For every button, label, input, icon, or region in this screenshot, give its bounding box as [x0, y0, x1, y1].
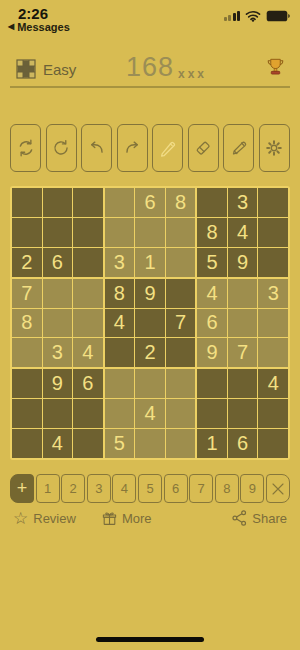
cell-r7c7[interactable]: [197, 369, 227, 398]
cell-r8c6[interactable]: [166, 399, 196, 428]
cell-r2c1[interactable]: [12, 218, 42, 247]
digit-key-7[interactable]: 7: [189, 474, 213, 503]
cell-r9c3[interactable]: [73, 429, 103, 458]
back-to-messages-button[interactable]: ◀ Messages: [8, 21, 70, 33]
cell-r1c1[interactable]: [12, 188, 42, 217]
digit-key-1[interactable]: 1: [36, 474, 60, 503]
cell-r9c7[interactable]: 1: [197, 429, 227, 458]
cell-r6c3[interactable]: 4: [73, 338, 103, 367]
cell-r3c3[interactable]: [73, 248, 103, 277]
redo-button[interactable]: [117, 124, 148, 172]
cell-r8c9[interactable]: [258, 399, 288, 428]
cell-r9c5[interactable]: [135, 429, 165, 458]
more-button[interactable]: More: [102, 511, 152, 526]
digit-key-2[interactable]: 2: [61, 474, 85, 503]
cell-r2c5[interactable]: [135, 218, 165, 247]
cell-r7c9[interactable]: 4: [258, 369, 288, 398]
box-7: 964: [12, 369, 103, 458]
digit-key-8[interactable]: 8: [215, 474, 239, 503]
cell-r5c2[interactable]: [43, 309, 73, 338]
cell-r3c4[interactable]: 3: [105, 248, 135, 277]
cell-r2c6[interactable]: [166, 218, 196, 247]
cell-r7c6[interactable]: [166, 369, 196, 398]
cell-r3c5[interactable]: 1: [135, 248, 165, 277]
cell-r2c2[interactable]: [43, 218, 73, 247]
digit-key-9[interactable]: 9: [240, 474, 264, 503]
box-4: 7834: [12, 279, 103, 368]
pencil-notes-button[interactable]: [223, 124, 254, 172]
footer-bar: ☆ Review More Share: [13, 507, 287, 529]
plus-key[interactable]: +: [10, 474, 34, 503]
share-label: Share: [252, 511, 287, 526]
header-separator: [10, 86, 290, 88]
cell-r5c5[interactable]: [135, 309, 165, 338]
cell-r1c9[interactable]: [258, 188, 288, 217]
digit-key-3[interactable]: 3: [87, 474, 111, 503]
cell-r2c8[interactable]: 4: [228, 218, 258, 247]
cell-r6c5[interactable]: 2: [135, 338, 165, 367]
toolbar: [10, 124, 290, 172]
digit-key-5[interactable]: 5: [138, 474, 162, 503]
redo-icon: [121, 137, 143, 159]
cell-r1c7[interactable]: [197, 188, 227, 217]
cell-r3c1[interactable]: 2: [12, 248, 42, 277]
cell-r2c4[interactable]: [105, 218, 135, 247]
cell-r8c2[interactable]: [43, 399, 73, 428]
box-5: 89472: [105, 279, 196, 368]
review-label: Review: [33, 511, 76, 526]
pen-icon: [157, 137, 179, 159]
gear-icon: [263, 137, 285, 159]
undo-icon: [86, 137, 108, 159]
cell-r2c9[interactable]: [258, 218, 288, 247]
pen-button[interactable]: [152, 124, 183, 172]
cell-r1c3[interactable]: [73, 188, 103, 217]
cell-r6c9[interactable]: [258, 338, 288, 367]
cell-r8c3[interactable]: [73, 399, 103, 428]
eraser-button[interactable]: [188, 124, 219, 172]
cell-r6c6[interactable]: [166, 338, 196, 367]
wifi-icon: [245, 10, 261, 22]
undo-button[interactable]: [81, 124, 112, 172]
box-6: 43697: [197, 279, 288, 368]
digit-key-6[interactable]: 6: [164, 474, 188, 503]
cell-r4c4[interactable]: 8: [105, 279, 135, 308]
cell-r8c7[interactable]: [197, 399, 227, 428]
cell-r4c5[interactable]: 9: [135, 279, 165, 308]
back-arrow-icon: ◀: [8, 23, 14, 31]
box-2: 6831: [105, 188, 196, 277]
cell-r2c7[interactable]: 8: [197, 218, 227, 247]
trophy-icon: [266, 57, 285, 76]
cell-r4c9[interactable]: 3: [258, 279, 288, 308]
cell-r7c5[interactable]: [135, 369, 165, 398]
more-label: More: [122, 511, 152, 526]
pencil-icon: [228, 137, 250, 159]
digit-key-4[interactable]: 4: [112, 474, 136, 503]
mistakes-indicator: xxx: [178, 67, 207, 81]
cell-r5c9[interactable]: [258, 309, 288, 338]
cell-r5c6[interactable]: 7: [166, 309, 196, 338]
cell-r6c8[interactable]: 7: [228, 338, 258, 367]
cell-r5c1[interactable]: 8: [12, 309, 42, 338]
status-icons: [224, 10, 291, 22]
share-icon: [232, 510, 247, 526]
cell-r6c7[interactable]: 9: [197, 338, 227, 367]
cell-r3c2[interactable]: 6: [43, 248, 73, 277]
cell-r3c9[interactable]: [258, 248, 288, 277]
cell-r4c6[interactable]: [166, 279, 196, 308]
cell-r7c3[interactable]: 6: [73, 369, 103, 398]
trophy-button[interactable]: [266, 57, 285, 80]
difficulty-selector[interactable]: Easy: [16, 59, 76, 79]
cell-r9c1[interactable]: [12, 429, 42, 458]
cell-r4c8[interactable]: [228, 279, 258, 308]
cell-r5c3[interactable]: [73, 309, 103, 338]
cell-r6c1[interactable]: [12, 338, 42, 367]
eraser-icon: [192, 137, 214, 159]
numpad: + 123456789: [10, 474, 290, 503]
cell-r4c7[interactable]: 4: [197, 279, 227, 308]
cell-r4c3[interactable]: [73, 279, 103, 308]
clear-x-icon: [271, 482, 285, 496]
cell-r3c6[interactable]: [166, 248, 196, 277]
cell-r2c3[interactable]: [73, 218, 103, 247]
settings-button[interactable]: [259, 124, 290, 172]
cell-r5c4[interactable]: 4: [105, 309, 135, 338]
cell-r9c8[interactable]: 6: [228, 429, 258, 458]
home-indicator: [96, 637, 204, 642]
cell-r1c8[interactable]: 3: [228, 188, 258, 217]
box-3: 38459: [197, 188, 288, 277]
refresh-icon: [50, 137, 72, 159]
refresh-button[interactable]: [46, 124, 77, 172]
status-time: 2:26: [0, 5, 66, 22]
cell-r5c7[interactable]: 6: [197, 309, 227, 338]
cell-r1c6[interactable]: 8: [166, 188, 196, 217]
cell-r8c4[interactable]: [105, 399, 135, 428]
cell-r8c1[interactable]: [12, 399, 42, 428]
cell-r5c8[interactable]: [228, 309, 258, 338]
cell-r9c4[interactable]: 5: [105, 429, 135, 458]
back-label: Messages: [17, 21, 70, 33]
cellular-signal-icon: [224, 11, 241, 21]
cell-r6c2[interactable]: 3: [43, 338, 73, 367]
cell-r6c4[interactable]: [105, 338, 135, 367]
battery-icon: [266, 10, 290, 22]
cell-r1c5[interactable]: 6: [135, 188, 165, 217]
share-button[interactable]: Share: [232, 510, 287, 526]
cell-r8c8[interactable]: [228, 399, 258, 428]
box-8: 45: [105, 369, 196, 458]
cell-r7c4[interactable]: [105, 369, 135, 398]
cell-r3c8[interactable]: 9: [228, 248, 258, 277]
cell-r7c1[interactable]: [12, 369, 42, 398]
cell-r8c5[interactable]: 4: [135, 399, 165, 428]
box-1: 26: [12, 188, 103, 277]
cell-r9c9[interactable]: [258, 429, 288, 458]
box-9: 416: [197, 369, 288, 458]
cell-r1c2[interactable]: [43, 188, 73, 217]
sudoku-grid-icon: [16, 59, 36, 79]
sudoku-grid: 266831384597834894724369796445416: [10, 186, 290, 460]
restart-button[interactable]: [10, 124, 41, 172]
cell-r9c6[interactable]: [166, 429, 196, 458]
cell-r4c1[interactable]: 7: [12, 279, 42, 308]
cell-r4c2[interactable]: [43, 279, 73, 308]
cell-r3c7[interactable]: 5: [197, 248, 227, 277]
cell-r1c4[interactable]: [105, 188, 135, 217]
clear-key[interactable]: [266, 474, 290, 503]
cell-r7c8[interactable]: [228, 369, 258, 398]
difficulty-label: Easy: [43, 61, 76, 78]
gift-icon: [102, 511, 117, 526]
star-icon: ☆: [13, 510, 28, 527]
cell-r9c2[interactable]: 4: [43, 429, 73, 458]
cell-r7c2[interactable]: 9: [43, 369, 73, 398]
restart-icon: [15, 137, 37, 159]
review-button[interactable]: ☆ Review: [13, 510, 76, 527]
